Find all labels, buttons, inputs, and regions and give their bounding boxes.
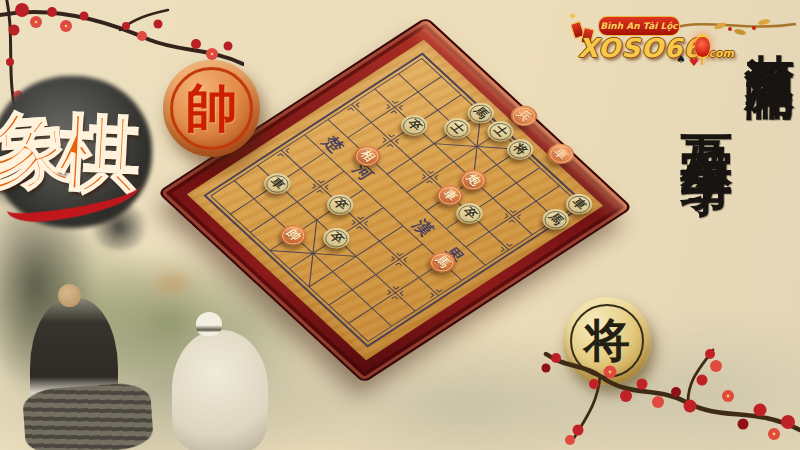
red-general-char: 帥 [186,74,238,144]
plum-branch-icon [538,310,800,450]
heart-icon: ♥ [689,57,699,68]
brand-logo[interactable]: ✦ Bình An Tài Lộc XOSO66.com ♠ ♥ [568,6,798,74]
xiangqi-emblem: 象 棋 [0,60,175,240]
scene: 楚 河 漢 界 馬士将車士馬卒炮車卒相馬卒車卒帥兵車 象 棋 帥 将 楚河汉界相… [0,0,800,450]
big-red-general-piece: 帥 [163,60,260,157]
calligraphy-left-column: 万马千军纷争 [678,94,736,130]
sage-figure-white-robe [172,330,268,450]
spade-icon: ♠ [676,54,686,65]
brand-name: XOSO66.com [578,33,734,63]
ink-foliage [150,268,196,298]
stone-table [22,382,154,450]
banner-text: Bình An Tài Lộc [600,21,677,31]
lantern-icon [695,34,710,59]
